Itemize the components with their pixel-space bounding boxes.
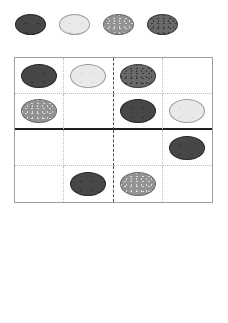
cell-r1c2[interactable]	[64, 58, 113, 94]
symbol-palette	[15, 14, 178, 35]
palette-dark-speckled-ellipse[interactable]	[147, 14, 178, 35]
cell-r4c1[interactable]	[15, 166, 64, 202]
cell-r1c3[interactable]	[114, 58, 163, 94]
cell-r3c4[interactable]	[163, 130, 212, 166]
cell-r2c1[interactable]	[15, 94, 64, 130]
piece-dark-solid-ellipse	[169, 136, 205, 160]
piece-gray-light-speckled-ellipse	[21, 99, 57, 123]
palette-dark-solid-ellipse[interactable]	[15, 14, 46, 35]
puzzle-grid	[14, 57, 213, 203]
piece-gray-light-speckled-ellipse	[120, 172, 156, 196]
piece-dark-solid-ellipse	[70, 172, 106, 196]
palette-light-gray-ellipse[interactable]	[59, 14, 90, 35]
cell-r1c1[interactable]	[15, 58, 64, 94]
cell-r4c2[interactable]	[64, 166, 113, 202]
cell-r3c1[interactable]	[15, 130, 64, 166]
piece-dark-solid-ellipse	[120, 99, 156, 123]
palette-gray-light-speckled-ellipse[interactable]	[103, 14, 134, 35]
cell-r1c4[interactable]	[163, 58, 212, 94]
cell-r3c2[interactable]	[64, 130, 113, 166]
piece-dark-speckled-ellipse	[120, 64, 156, 88]
piece-light-gray-ellipse	[70, 64, 106, 88]
cell-r2c2[interactable]	[64, 94, 113, 130]
piece-dark-solid-ellipse	[21, 64, 57, 88]
cell-r3c3[interactable]	[114, 130, 163, 166]
puzzle-page: { "game": "4x4 color sudoku (latin squar…	[0, 0, 228, 323]
cell-r2c4[interactable]	[163, 94, 212, 130]
cell-r4c4[interactable]	[163, 166, 212, 202]
piece-light-gray-ellipse	[169, 99, 205, 123]
cell-r4c3[interactable]	[114, 166, 163, 202]
cell-r2c3[interactable]	[114, 94, 163, 130]
